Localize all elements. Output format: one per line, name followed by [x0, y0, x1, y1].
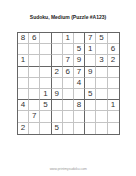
cell-r1c4: [52, 33, 63, 44]
cell-r5c7: [85, 78, 96, 89]
cell-r2c1: [18, 44, 29, 55]
cell-r3c2: [29, 55, 40, 66]
cell-r2c9: 6: [108, 44, 119, 55]
cell-r3c6: 9: [74, 55, 85, 66]
cell-r4c2: [29, 67, 40, 78]
cell-r6c3: 1: [40, 89, 51, 100]
cell-r7c9: 1: [108, 100, 119, 111]
cell-r1c3: [40, 33, 51, 44]
cell-r4c1: [18, 67, 29, 78]
puzzle-title: Sudoku, Medium (Puzzle #A123): [0, 14, 136, 20]
cell-r2c4: [52, 44, 63, 55]
sudoku-board: 8617551617932267941954581725: [17, 32, 120, 135]
cell-r6c5: [63, 89, 74, 100]
cell-r6c2: [29, 89, 40, 100]
cell-r7c5: [63, 100, 74, 111]
cell-r9c5: [63, 123, 74, 134]
cell-r9c7: [85, 123, 96, 134]
cell-r3c5: 7: [63, 55, 74, 66]
cell-r7c1: 4: [18, 100, 29, 111]
footer: www.printmysudoku.com: [0, 160, 136, 176]
cell-r8c8: [96, 111, 107, 122]
cell-r2c2: [29, 44, 40, 55]
cell-r2c6: 5: [74, 44, 85, 55]
cell-r4c9: [108, 67, 119, 78]
cell-r6c7: 5: [85, 89, 96, 100]
cell-r1c9: [108, 33, 119, 44]
cell-r3c8: 3: [96, 55, 107, 66]
cell-r8c9: [108, 111, 119, 122]
cell-r5c3: [40, 78, 51, 89]
cell-r1c5: 1: [63, 33, 74, 44]
cell-r8c3: [40, 111, 51, 122]
cell-r3c9: 2: [108, 55, 119, 66]
cell-r9c6: [74, 123, 85, 134]
cell-r7c2: [29, 100, 40, 111]
cell-r7c6: 8: [74, 100, 85, 111]
cell-r2c7: 1: [85, 44, 96, 55]
cell-r6c6: [74, 89, 85, 100]
cell-r3c3: [40, 55, 51, 66]
footer-url: www.printmysudoku.com: [49, 167, 86, 171]
cell-r2c8: [96, 44, 107, 55]
cell-r4c8: [96, 67, 107, 78]
cell-r4c5: 6: [63, 67, 74, 78]
cell-r2c3: [40, 44, 51, 55]
cell-r4c6: 7: [74, 67, 85, 78]
cell-r9c8: [96, 123, 107, 134]
cell-r6c8: [96, 89, 107, 100]
cell-r5c2: [29, 78, 40, 89]
cell-r5c1: [18, 78, 29, 89]
cell-r4c4: 2: [52, 67, 63, 78]
cell-r7c7: [85, 100, 96, 111]
cell-r7c4: [52, 100, 63, 111]
cell-r1c8: 5: [96, 33, 107, 44]
cell-r9c9: [108, 123, 119, 134]
cell-r6c9: [108, 89, 119, 100]
cell-r8c6: [74, 111, 85, 122]
cell-r9c1: 2: [18, 123, 29, 134]
cell-r5c4: [52, 78, 63, 89]
cell-r3c7: [85, 55, 96, 66]
cell-r2c5: [63, 44, 74, 55]
cell-r7c3: 5: [40, 100, 51, 111]
cell-r7c8: [96, 100, 107, 111]
cell-r5c5: [63, 78, 74, 89]
cell-r8c4: [52, 111, 63, 122]
cell-r1c1: 8: [18, 33, 29, 44]
cell-r4c3: [40, 67, 51, 78]
cell-r9c2: [29, 123, 40, 134]
cell-r6c4: 9: [52, 89, 63, 100]
cell-r4c7: 9: [85, 67, 96, 78]
sudoku-page: Sudoku, Medium (Puzzle #A123) 8617551617…: [0, 0, 136, 176]
cell-r3c4: [52, 55, 63, 66]
cell-r8c2: 7: [29, 111, 40, 122]
cell-r8c5: [63, 111, 74, 122]
cell-r9c4: 5: [52, 123, 63, 134]
cell-r3c1: 1: [18, 55, 29, 66]
cell-r8c7: [85, 111, 96, 122]
cell-r6c1: [18, 89, 29, 100]
cell-r1c6: [74, 33, 85, 44]
cell-r5c9: [108, 78, 119, 89]
cell-r8c1: [18, 111, 29, 122]
cell-r1c2: 6: [29, 33, 40, 44]
cell-r5c6: 4: [74, 78, 85, 89]
cell-r5c8: [96, 78, 107, 89]
cell-r1c7: 7: [85, 33, 96, 44]
cell-r9c3: [40, 123, 51, 134]
